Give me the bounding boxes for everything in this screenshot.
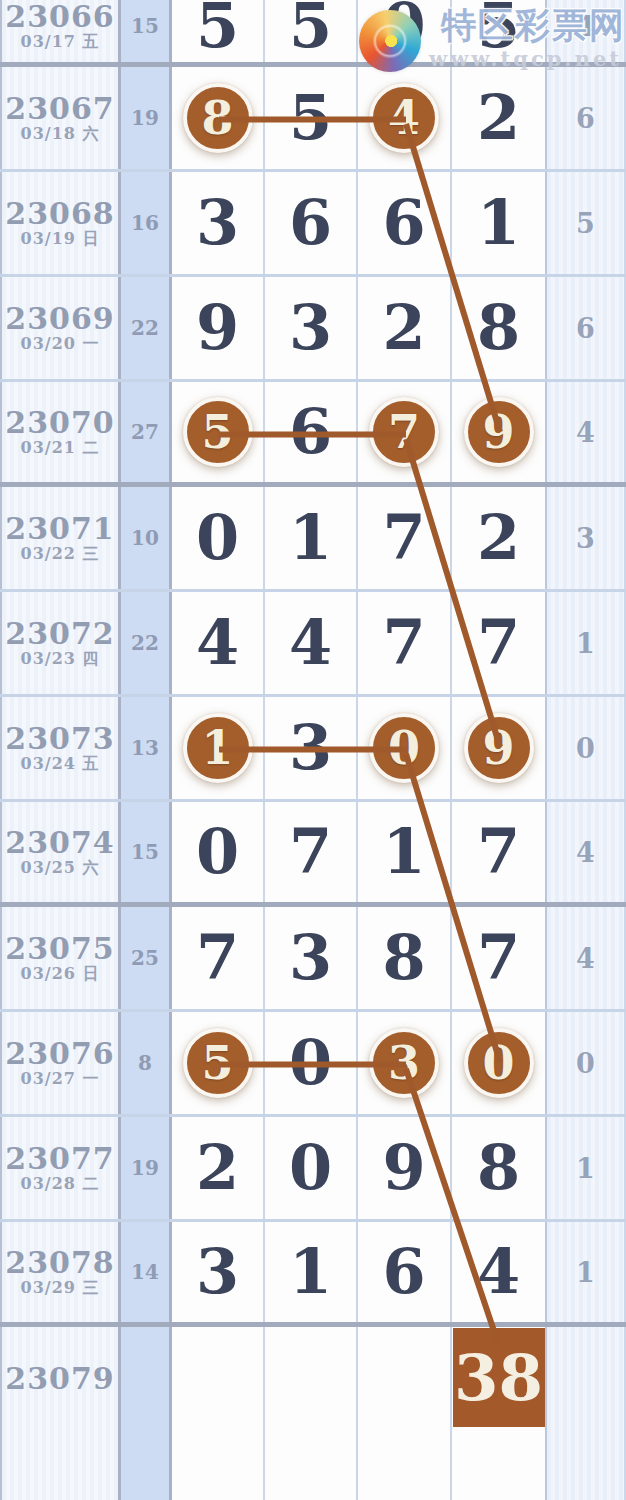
digit-cell: 7: [358, 592, 452, 694]
digit-value: 2: [196, 1137, 239, 1199]
digit-value: 3: [388, 1040, 420, 1086]
digit-value: 3: [289, 717, 332, 779]
issue-number: 23077: [5, 1143, 114, 1175]
tail-cell: 5: [547, 172, 626, 274]
digit-value: 0: [196, 821, 239, 883]
digit-cell: [172, 1432, 265, 1500]
digit-cell: 8: [358, 907, 452, 1009]
digit-cell: 1: [358, 802, 452, 902]
circled-digit: 0: [464, 1028, 534, 1098]
digit-cell: 0: [172, 487, 265, 589]
issue-cell: 2307503/26 日: [0, 907, 121, 1009]
circled-digit: 3: [369, 1028, 439, 1098]
digit-cell: 6: [265, 172, 358, 274]
draw-date: 03/18 六: [21, 125, 100, 143]
digit-value: 9: [196, 297, 239, 359]
sum-value: 13: [131, 736, 159, 760]
digit-value: 3: [196, 192, 239, 254]
digit-value: 0: [196, 507, 239, 569]
tail-cell: 1: [547, 1117, 626, 1219]
digit-cell: 7: [358, 382, 452, 482]
circled-digit: 5: [183, 1028, 253, 1098]
row-empty-partial: [0, 1432, 626, 1500]
row-23069: 2306903/20 一2293286: [0, 277, 626, 382]
sum-cell: 19: [121, 1117, 172, 1219]
draw-date: 03/20 一: [21, 335, 100, 353]
digit-cell: 5: [172, 1012, 265, 1114]
site-url: www.tqcp.net: [429, 47, 622, 70]
digit-cell: 0: [265, 1012, 358, 1114]
sum-cell: 16: [121, 172, 172, 274]
digit-cell: 0: [452, 1012, 547, 1114]
issue-cell: 2307703/28 二: [0, 1117, 121, 1219]
issue-cell: 2307203/23 四: [0, 592, 121, 694]
digit-cell: 9: [452, 697, 547, 799]
issue-number: 23066: [5, 1, 114, 33]
digit-cell: 0: [265, 1117, 358, 1219]
digit-value: 4: [196, 612, 239, 674]
tail-cell: 4: [547, 382, 626, 482]
sum-cell: 13: [121, 697, 172, 799]
digit-value: 8: [477, 297, 520, 359]
tail-value: 0: [576, 1048, 595, 1079]
digit-value: 8: [477, 1137, 520, 1199]
issue-number: 23076: [5, 1038, 114, 1070]
tail-cell: 6: [547, 277, 626, 379]
draw-date: 03/26 日: [21, 965, 100, 983]
digit-cell: 8: [452, 1117, 547, 1219]
digit-cell: 5: [172, 0, 265, 62]
digit-cell: 4: [452, 1222, 547, 1322]
digit-cell: 7: [452, 907, 547, 1009]
digit-value: 6: [382, 1241, 425, 1303]
issue-number: 23079: [5, 1363, 114, 1395]
sum-cell: 14: [121, 1222, 172, 1322]
digit-value: 5: [289, 0, 332, 57]
digit-value: 2: [477, 87, 520, 149]
row-23067: 2306703/18 六1985426: [0, 67, 626, 172]
row-23074: 2307403/25 六1507174: [0, 802, 626, 907]
row-23070: 2307003/21 二2756794: [0, 382, 626, 487]
circled-digit: 9: [464, 713, 534, 783]
sum-cell: 15: [121, 802, 172, 902]
digit-cell: 7: [452, 592, 547, 694]
tail-value: 6: [576, 313, 595, 344]
draw-date: 03/27 一: [21, 1070, 100, 1088]
digit-cell: 9: [172, 277, 265, 379]
digit-cell: 3: [358, 1012, 452, 1114]
circled-digit: 5: [183, 397, 253, 467]
draw-date: 03/24 五: [21, 755, 100, 773]
sum-cell: 22: [121, 592, 172, 694]
prediction-value: 38: [454, 1346, 543, 1410]
digit-value: 8: [201, 95, 233, 141]
digit-value: 4: [388, 95, 420, 141]
issue-cell: 2307003/21 二: [0, 382, 121, 482]
draw-date: 03/22 三: [21, 545, 100, 563]
digit-cell: 7: [172, 907, 265, 1009]
tail-cell: 4: [547, 802, 626, 902]
draw-date: 03/17 五: [21, 33, 100, 51]
digit-cell: 1: [452, 172, 547, 274]
digit-cell: 6: [265, 382, 358, 482]
row-23068: 2306803/19 日1636615: [0, 172, 626, 277]
digit-cell: 9: [452, 382, 547, 482]
digit-value: 3: [289, 927, 332, 989]
tail-cell: 0: [547, 697, 626, 799]
sum-cell: 8: [121, 1012, 172, 1114]
digit-cell: [265, 1327, 358, 1432]
sum-value: 10: [131, 526, 159, 550]
digit-value: 7: [477, 927, 520, 989]
issue-cell: 2306903/20 一: [0, 277, 121, 379]
row-23071: 2307103/22 三1001723: [0, 487, 626, 592]
digit-cell: 2: [452, 487, 547, 589]
site-watermark-text: 特区彩票网 www.tqcp.net: [429, 6, 626, 70]
sum-cell: 15: [121, 0, 172, 62]
digit-cell: 38: [452, 1327, 547, 1432]
digit-cell: 5: [172, 382, 265, 482]
tail-cell: 0: [547, 1012, 626, 1114]
issue-number: 23075: [5, 933, 114, 965]
digit-cell: 3: [172, 1222, 265, 1322]
tail-value: 1: [576, 1153, 595, 1184]
digit-cell: 2: [452, 67, 547, 169]
circled-digit: 4: [369, 83, 439, 153]
digit-value: 7: [388, 409, 420, 455]
digit-value: 3: [196, 1241, 239, 1303]
digit-value: 7: [477, 821, 520, 883]
digit-cell: 5: [265, 0, 358, 62]
row-23079: 2307938: [0, 1327, 626, 1432]
sum-cell: [121, 1327, 172, 1432]
tail-cell: [547, 1327, 626, 1432]
digit-cell: 3: [265, 697, 358, 799]
issue-number: 23073: [5, 723, 114, 755]
digit-value: 7: [477, 612, 520, 674]
digit-cell: 2: [172, 1117, 265, 1219]
digit-value: 1: [477, 192, 520, 254]
issue-number: 23067: [5, 93, 114, 125]
sum-value: 25: [131, 946, 159, 970]
digit-cell: 7: [265, 802, 358, 902]
site-watermark: 特区彩票网 www.tqcp.net: [359, 6, 626, 72]
digit-cell: 7: [358, 487, 452, 589]
site-name: 特区彩票网: [441, 6, 626, 45]
row-23076: 2307603/27 一850300: [0, 1012, 626, 1117]
circled-digit: 7: [369, 397, 439, 467]
digit-value: 4: [289, 612, 332, 674]
issue-cell: [0, 1432, 121, 1500]
sum-value: 19: [131, 1156, 159, 1180]
digit-cell: 8: [172, 67, 265, 169]
draw-date: 03/19 日: [21, 230, 100, 248]
digit-value: 5: [196, 0, 239, 57]
tail-cell: 6: [547, 67, 626, 169]
digit-value: 0: [289, 1032, 332, 1094]
circled-digit: 8: [183, 83, 253, 153]
sum-cell: 25: [121, 907, 172, 1009]
lottery-trend-chart: 2306603/17 五15550542306703/18 六198542623…: [0, 0, 626, 1500]
issue-cell: 2307303/24 五: [0, 697, 121, 799]
sum-value: 15: [131, 840, 159, 864]
digit-cell: 1: [265, 1222, 358, 1322]
issue-cell: 2307603/27 一: [0, 1012, 121, 1114]
sum-cell: [121, 1432, 172, 1500]
digit-cell: 4: [172, 592, 265, 694]
digit-value: 5: [201, 1040, 233, 1086]
sum-value: 8: [138, 1051, 152, 1075]
digit-cell: 1: [172, 697, 265, 799]
digit-value: 1: [382, 821, 425, 883]
digit-cell: 8: [452, 277, 547, 379]
tail-value: 3: [576, 523, 595, 554]
issue-cell: 2307103/22 三: [0, 487, 121, 589]
digit-cell: 4: [358, 67, 452, 169]
issue-number: 23069: [5, 303, 114, 335]
issue-number: 23074: [5, 827, 114, 859]
issue-cell: 2306703/18 六: [0, 67, 121, 169]
prediction-box: 38: [453, 1328, 545, 1427]
digit-value: 6: [289, 192, 332, 254]
digit-value: 7: [382, 507, 425, 569]
digit-cell: 3: [172, 172, 265, 274]
issue-number: 23071: [5, 513, 114, 545]
sum-value: 19: [131, 106, 159, 130]
sum-cell: 22: [121, 277, 172, 379]
issue-cell: 2307403/25 六: [0, 802, 121, 902]
digit-cell: [265, 1432, 358, 1500]
digit-value: 3: [289, 297, 332, 359]
issue-cell: 23079: [0, 1327, 121, 1432]
tail-cell: 1: [547, 592, 626, 694]
digit-value: 9: [482, 409, 514, 455]
sum-value: 22: [131, 631, 159, 655]
row-23077: 2307703/28 二1920981: [0, 1117, 626, 1222]
issue-number: 23068: [5, 198, 114, 230]
issue-cell: 2306803/19 日: [0, 172, 121, 274]
digit-value: 9: [382, 1137, 425, 1199]
sum-value: 15: [131, 14, 159, 38]
tail-value: 1: [576, 628, 595, 659]
digit-cell: 7: [452, 802, 547, 902]
digit-value: 6: [382, 192, 425, 254]
digit-cell: 1: [265, 487, 358, 589]
digit-value: 0: [388, 725, 420, 771]
digit-value: 1: [289, 507, 332, 569]
issue-number: 23078: [5, 1247, 114, 1279]
issue-number: 23070: [5, 407, 114, 439]
tail-cell: [547, 1432, 626, 1500]
tail-value: 5: [576, 208, 595, 239]
row-23072: 2307203/23 四2244771: [0, 592, 626, 697]
tail-value: 0: [576, 733, 595, 764]
tail-cell: 4: [547, 907, 626, 1009]
draw-date: 03/21 二: [21, 439, 100, 457]
digit-value: 6: [289, 401, 332, 463]
draw-date: 03/29 三: [21, 1279, 100, 1297]
digit-cell: 9: [358, 1117, 452, 1219]
digit-value: 2: [382, 297, 425, 359]
digit-cell: 2: [358, 277, 452, 379]
circled-digit: 9: [464, 397, 534, 467]
draw-date: 03/25 六: [21, 859, 100, 877]
digit-value: 1: [289, 1241, 332, 1303]
digit-value: 5: [289, 87, 332, 149]
sum-value: 27: [131, 420, 159, 444]
digit-value: 1: [201, 725, 233, 771]
digit-value: 9: [482, 725, 514, 771]
draw-date: 03/23 四: [21, 650, 100, 668]
digit-value: 5: [201, 409, 233, 455]
digit-value: 2: [477, 507, 520, 569]
digit-value: 0: [482, 1040, 514, 1086]
digit-value: 7: [289, 821, 332, 883]
digit-cell: 6: [358, 172, 452, 274]
circled-digit: 1: [183, 713, 253, 783]
circled-digit: 0: [369, 713, 439, 783]
issue-number: 23072: [5, 618, 114, 650]
sum-cell: 10: [121, 487, 172, 589]
row-23075: 2307503/26 日2573874: [0, 907, 626, 1012]
sum-value: 16: [131, 211, 159, 235]
digit-cell: [358, 1327, 452, 1432]
digit-cell: 3: [265, 277, 358, 379]
digit-cell: [452, 1432, 547, 1500]
digit-value: 4: [477, 1241, 520, 1303]
tail-value: 4: [576, 943, 595, 974]
tail-cell: 1: [547, 1222, 626, 1322]
tail-cell: 3: [547, 487, 626, 589]
digit-cell: 3: [265, 907, 358, 1009]
draw-date: 03/28 二: [21, 1175, 100, 1193]
issue-cell: 2306603/17 五: [0, 0, 121, 62]
digit-cell: 4: [265, 592, 358, 694]
sum-value: 14: [131, 1260, 159, 1284]
sum-cell: 27: [121, 382, 172, 482]
site-logo-icon: [359, 10, 421, 72]
row-23078: 2307803/29 三1431641: [0, 1222, 626, 1327]
digit-cell: 6: [358, 1222, 452, 1322]
row-23073: 2307303/24 五1313090: [0, 697, 626, 802]
digit-value: 0: [289, 1137, 332, 1199]
tail-value: 4: [576, 417, 595, 448]
chart-table: 2306603/17 五15550542306703/18 六198542623…: [0, 0, 626, 1500]
tail-value: 1: [576, 1257, 595, 1288]
digit-cell: 0: [172, 802, 265, 902]
digit-cell: [172, 1327, 265, 1432]
issue-cell: 2307803/29 三: [0, 1222, 121, 1322]
sum-cell: 19: [121, 67, 172, 169]
digit-value: 7: [382, 612, 425, 674]
sum-value: 22: [131, 316, 159, 340]
digit-cell: 5: [265, 67, 358, 169]
digit-cell: [358, 1432, 452, 1500]
digit-cell: 0: [358, 697, 452, 799]
digit-value: 7: [196, 927, 239, 989]
tail-value: 4: [576, 837, 595, 868]
tail-value: 6: [576, 103, 595, 134]
digit-value: 8: [382, 927, 425, 989]
